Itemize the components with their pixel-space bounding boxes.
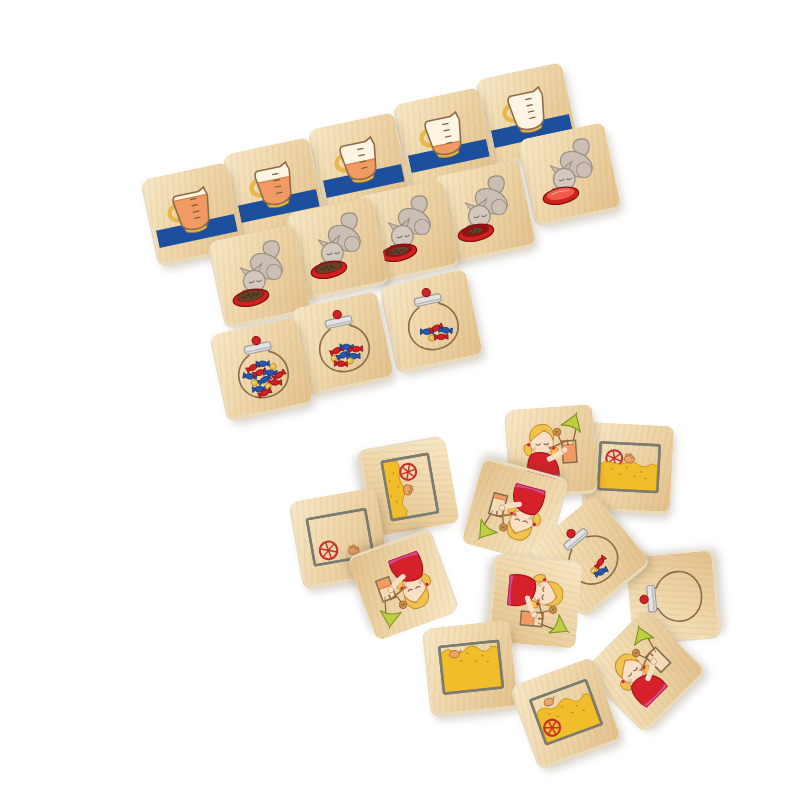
candy-jar-icon xyxy=(296,295,391,390)
candy-jar-icon xyxy=(385,273,480,368)
hamster-cage-icon xyxy=(427,623,515,711)
tile-cat-bowl-empty[interactable] xyxy=(519,122,621,224)
candy-jar-icon xyxy=(215,321,310,416)
cat-bowl-icon xyxy=(213,228,308,323)
hamster-cage-icon xyxy=(587,425,671,509)
tile-cage-full[interactable] xyxy=(424,620,519,715)
tile-jar-5[interactable] xyxy=(381,269,483,371)
table-surface xyxy=(0,0,800,800)
tile-jar-13[interactable] xyxy=(211,317,313,419)
cat-bowl-icon xyxy=(523,126,618,221)
